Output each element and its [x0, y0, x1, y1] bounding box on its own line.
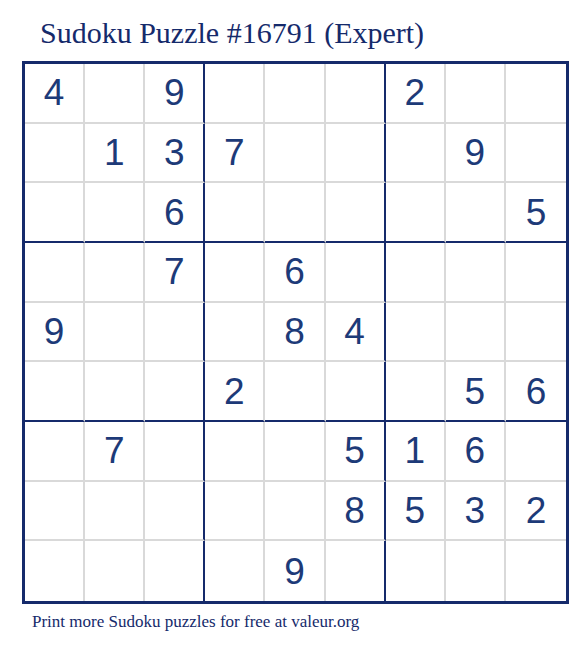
- cell-r7c2: 7: [85, 422, 145, 482]
- cell-r5c9: [506, 303, 566, 363]
- cell-r1c8: [446, 64, 506, 124]
- cell-r3c4: [205, 183, 265, 243]
- cell-r7c5: [265, 422, 325, 482]
- page-title: Sudoku Puzzle #16791 (Expert): [40, 16, 424, 50]
- cell-r3c5: [265, 183, 325, 243]
- cell-r2c1: [25, 124, 85, 184]
- cell-r6c6: [326, 362, 386, 422]
- cell-r9c7: [386, 541, 446, 601]
- cell-r3c1: [25, 183, 85, 243]
- cell-r1c2: [85, 64, 145, 124]
- cell-r7c9: [506, 422, 566, 482]
- cell-r4c1: [25, 243, 85, 303]
- cell-r8c4: [205, 482, 265, 542]
- cell-r5c3: [145, 303, 205, 363]
- cell-r5c7: [386, 303, 446, 363]
- cell-r4c3: 7: [145, 243, 205, 303]
- cell-r5c4: [205, 303, 265, 363]
- cell-r8c6: 8: [326, 482, 386, 542]
- cell-r1c6: [326, 64, 386, 124]
- cell-r2c5: [265, 124, 325, 184]
- cell-r8c2: [85, 482, 145, 542]
- cell-r6c3: [145, 362, 205, 422]
- cell-r1c1: 4: [25, 64, 85, 124]
- cell-r9c8: [446, 541, 506, 601]
- cell-r1c3: 9: [145, 64, 205, 124]
- cell-r5c5: 8: [265, 303, 325, 363]
- cell-r9c3: [145, 541, 205, 601]
- cell-r4c9: [506, 243, 566, 303]
- cell-r2c3: 3: [145, 124, 205, 184]
- cell-r9c2: [85, 541, 145, 601]
- cell-r1c9: [506, 64, 566, 124]
- cell-r9c6: [326, 541, 386, 601]
- cell-r6c1: [25, 362, 85, 422]
- cell-r6c2: [85, 362, 145, 422]
- cell-r8c9: 2: [506, 482, 566, 542]
- cell-r2c9: [506, 124, 566, 184]
- cell-r4c5: 6: [265, 243, 325, 303]
- cell-r3c2: [85, 183, 145, 243]
- cell-r9c4: [205, 541, 265, 601]
- cell-r4c4: [205, 243, 265, 303]
- cell-r8c8: 3: [446, 482, 506, 542]
- cell-r7c8: 6: [446, 422, 506, 482]
- cell-r3c8: [446, 183, 506, 243]
- cell-r5c1: 9: [25, 303, 85, 363]
- cell-r7c3: [145, 422, 205, 482]
- cell-r5c8: [446, 303, 506, 363]
- cell-r4c7: [386, 243, 446, 303]
- sudoku-board: 49213796576984256751685329: [22, 61, 569, 604]
- cell-r3c6: [326, 183, 386, 243]
- footer-text: Print more Sudoku puzzles for free at va…: [32, 612, 359, 632]
- cell-r9c1: [25, 541, 85, 601]
- cell-r8c3: [145, 482, 205, 542]
- cell-r1c7: 2: [386, 64, 446, 124]
- cell-r2c7: [386, 124, 446, 184]
- cell-r3c3: 6: [145, 183, 205, 243]
- cell-r3c9: 5: [506, 183, 566, 243]
- cell-r1c4: [205, 64, 265, 124]
- cell-r2c6: [326, 124, 386, 184]
- cell-r6c7: [386, 362, 446, 422]
- cell-r4c8: [446, 243, 506, 303]
- cell-r9c9: [506, 541, 566, 601]
- cell-r9c5: 9: [265, 541, 325, 601]
- cell-r7c7: 1: [386, 422, 446, 482]
- cell-r4c6: [326, 243, 386, 303]
- cell-r3c7: [386, 183, 446, 243]
- cell-r8c5: [265, 482, 325, 542]
- cell-r8c1: [25, 482, 85, 542]
- cell-r6c4: 2: [205, 362, 265, 422]
- cell-r6c8: 5: [446, 362, 506, 422]
- cell-r5c6: 4: [326, 303, 386, 363]
- cell-r4c2: [85, 243, 145, 303]
- cell-r6c9: 6: [506, 362, 566, 422]
- cell-r1c5: [265, 64, 325, 124]
- cell-r2c4: 7: [205, 124, 265, 184]
- cell-r7c1: [25, 422, 85, 482]
- cell-r6c5: [265, 362, 325, 422]
- cell-r2c2: 1: [85, 124, 145, 184]
- cell-r2c8: 9: [446, 124, 506, 184]
- cell-r8c7: 5: [386, 482, 446, 542]
- cell-r7c6: 5: [326, 422, 386, 482]
- sudoku-page: Sudoku Puzzle #16791 (Expert) 4921379657…: [0, 0, 580, 651]
- cell-r5c2: [85, 303, 145, 363]
- cell-r7c4: [205, 422, 265, 482]
